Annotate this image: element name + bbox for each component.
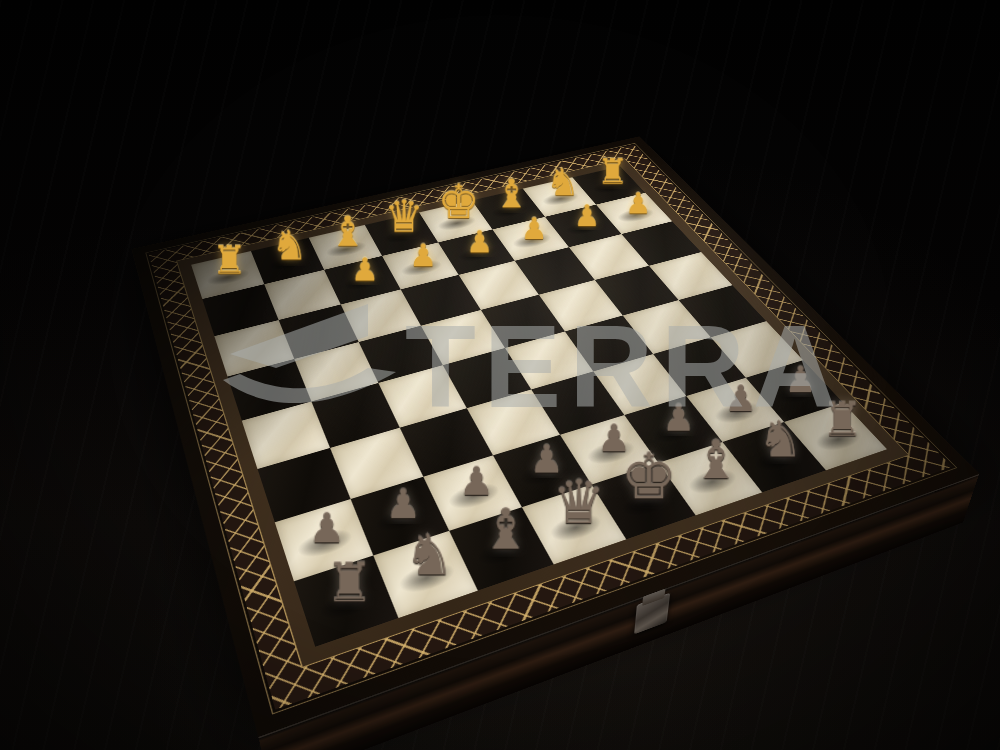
box-latch-icon xyxy=(634,593,670,635)
piece-silver-white-queen-d1[interactable]: ♛ xyxy=(539,417,618,532)
photo-canvas: ♜♞♝♛♚♝♞♜♟♟♟♟♟♟♟♟♟♟♟♟♟♟♜♞♝♛♚♝♞♜ TERRA xyxy=(0,0,1000,750)
piece-silver-white-knight-b1[interactable]: ♞ xyxy=(388,463,471,583)
scene: ♜♞♝♛♚♝♞♜♟♟♟♟♟♟♟♟♟♟♟♟♟♟♜♞♝♛♚♝♞♜ xyxy=(0,0,1000,750)
chess-box: ♜♞♝♛♚♝♞♜♟♟♟♟♟♟♟♟♟♟♟♟♟♟♜♞♝♛♚♝♞♜ xyxy=(132,136,980,736)
piece-silver-white-knight-g1[interactable]: ♞ xyxy=(743,356,817,464)
piece-silver-white-bishop-f1[interactable]: ♝ xyxy=(678,376,754,486)
piece-silver-white-rook-a1[interactable]: ♜ xyxy=(307,487,392,610)
piece-silver-white-king-e1[interactable]: ♚ xyxy=(610,396,687,509)
piece-silver-white-bishop-c1[interactable]: ♝ xyxy=(465,440,546,558)
